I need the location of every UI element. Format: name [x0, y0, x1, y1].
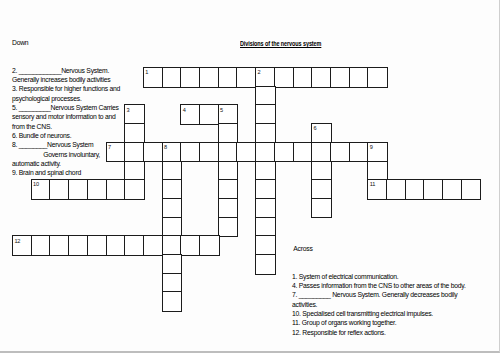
grid-cell[interactable] [255, 123, 276, 144]
grid-cell[interactable] [367, 179, 388, 200]
grid-cell[interactable] [311, 67, 332, 88]
grid-cell[interactable] [293, 142, 314, 163]
clue-line: 10. Specialised cell transmitting electr… [292, 309, 466, 318]
grid-cell[interactable] [442, 179, 463, 200]
grid-cell[interactable] [106, 179, 127, 200]
grid-cell[interactable] [349, 67, 370, 88]
grid-cell[interactable] [311, 142, 332, 163]
grid-cell[interactable] [162, 273, 183, 294]
grid-cell[interactable] [124, 179, 145, 200]
grid-cell[interactable] [143, 142, 164, 163]
grid-cell[interactable] [12, 235, 33, 256]
grid-cell[interactable] [124, 104, 145, 125]
grid-cell[interactable] [311, 123, 332, 144]
grid-cell[interactable] [236, 142, 257, 163]
grid-cell[interactable] [162, 179, 183, 200]
grid-cell[interactable] [255, 179, 276, 200]
grid-cell[interactable] [199, 142, 220, 163]
grid-cell[interactable] [218, 142, 239, 163]
grid-cell[interactable] [218, 198, 239, 219]
grid-cell[interactable] [143, 235, 164, 256]
grid-cell[interactable] [311, 161, 332, 182]
grid-cell[interactable] [180, 235, 201, 256]
grid-cell[interactable] [367, 67, 388, 88]
grid-cell[interactable] [461, 179, 482, 200]
grid-cell[interactable] [68, 179, 89, 200]
clue-line: 11. Group of organs working together. [292, 318, 466, 327]
grid-cell[interactable] [330, 142, 351, 163]
grid-cell[interactable] [49, 235, 70, 256]
grid-cell[interactable] [255, 217, 276, 238]
grid-cell[interactable] [218, 123, 239, 144]
grid-cell[interactable] [31, 179, 52, 200]
grid-cell[interactable] [349, 142, 370, 163]
grid-cell[interactable] [106, 235, 127, 256]
grid-cell[interactable] [330, 67, 351, 88]
clue-line: 4. Passes information from the CNS to ot… [292, 281, 466, 290]
grid-cell[interactable] [199, 67, 220, 88]
clue-line: 1. System of electrical communication. [292, 272, 466, 281]
grid-cell[interactable] [180, 142, 201, 163]
grid-cell[interactable] [180, 67, 201, 88]
grid-cell[interactable] [218, 161, 239, 182]
grid-cell[interactable] [124, 123, 145, 144]
grid-cell[interactable] [124, 161, 145, 182]
grid-cell[interactable] [162, 254, 183, 275]
grid-cell[interactable] [87, 235, 108, 256]
grid-cell[interactable] [162, 235, 183, 256]
grid-cell[interactable] [274, 142, 295, 163]
grid-cell[interactable] [274, 67, 295, 88]
grid-cell[interactable] [255, 235, 276, 256]
grid-cell[interactable] [162, 67, 183, 88]
grid-cell[interactable] [162, 198, 183, 219]
grid-cell[interactable] [218, 67, 239, 88]
grid-cell[interactable] [311, 179, 332, 200]
grid-cell[interactable] [199, 235, 220, 256]
grid-cell[interactable] [255, 198, 276, 219]
grid-cell[interactable] [162, 217, 183, 238]
grid-cell[interactable] [218, 104, 239, 125]
clue-line: 7. _________ Nervous System. Generally d… [292, 290, 466, 299]
worksheet-page: Down 2. ____________Nervous System.Gener… [0, 0, 500, 353]
grid-cell[interactable] [255, 161, 276, 182]
grid-cell[interactable] [255, 86, 276, 107]
grid-cell[interactable] [236, 67, 257, 88]
grid-cell[interactable] [68, 235, 89, 256]
grid-cell[interactable] [293, 67, 314, 88]
grid-cell[interactable] [124, 235, 145, 256]
clue-line: activities. [292, 300, 466, 309]
grid-cell[interactable] [162, 142, 183, 163]
grid-cell[interactable] [31, 235, 52, 256]
grid-cell[interactable] [255, 104, 276, 125]
grid-cell[interactable] [367, 161, 388, 182]
grid-cell[interactable] [386, 179, 407, 200]
grid-cell[interactable] [255, 254, 276, 275]
grid-cell[interactable] [180, 104, 201, 125]
grid-cell[interactable] [124, 142, 145, 163]
grid-cell[interactable] [218, 217, 239, 238]
grid-cell[interactable] [367, 142, 388, 163]
grid-cell[interactable] [423, 179, 444, 200]
grid-cell[interactable] [199, 104, 220, 125]
grid-cell[interactable] [162, 291, 183, 312]
grid-cell[interactable] [162, 161, 183, 182]
grid-cell[interactable] [106, 142, 127, 163]
grid-cell[interactable] [49, 179, 70, 200]
grid-cell[interactable] [218, 179, 239, 200]
across-heading: Across [292, 244, 466, 253]
grid-cell[interactable] [255, 142, 276, 163]
grid-cell[interactable] [143, 67, 164, 88]
across-clues: 1. System of electrical communication.4.… [292, 272, 466, 337]
grid-cell[interactable] [405, 179, 426, 200]
grid-cell[interactable] [87, 179, 108, 200]
clue-line: 12. Responsible for reflex actions. [292, 328, 466, 337]
grid-cell[interactable] [311, 198, 332, 219]
across-clues-block: Across 1. System of electrical communica… [292, 225, 466, 353]
grid-cell[interactable] [255, 67, 276, 88]
